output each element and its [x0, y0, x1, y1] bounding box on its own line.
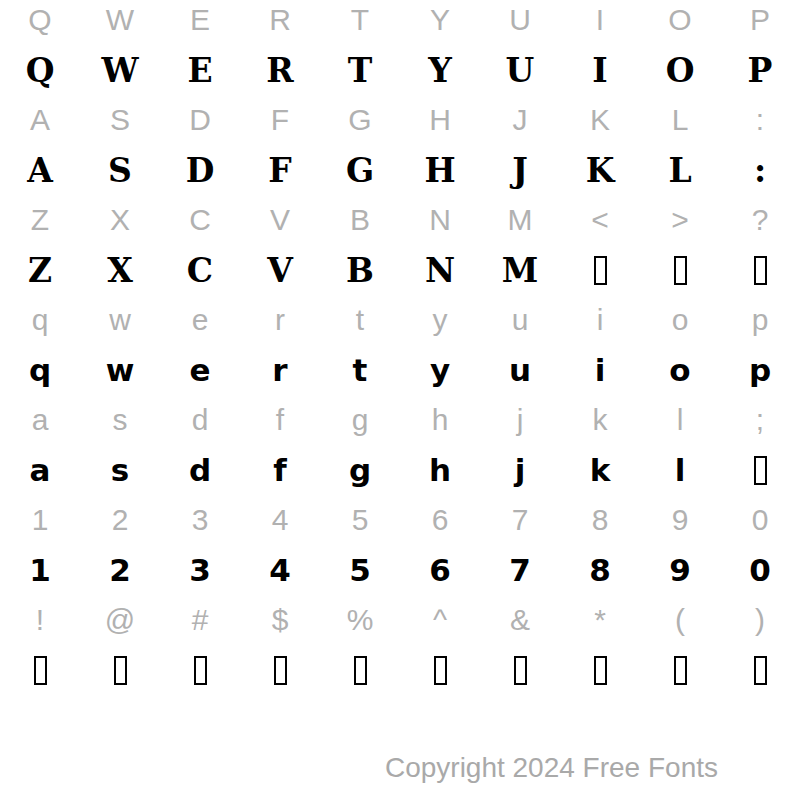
glyph-cell: 3 [160, 545, 240, 595]
glyph-cell: t [320, 345, 400, 395]
glyph-cell: l [640, 445, 720, 495]
glyph-cell: j [480, 445, 560, 495]
glyph-cell: P [720, 45, 800, 95]
glyph-cell: Q [0, 0, 80, 45]
glyph-cell: j [480, 395, 560, 445]
glyph-cell: 0 [720, 495, 800, 545]
glyph-cell: I [560, 45, 640, 95]
glyph-cell: f [240, 445, 320, 495]
glyph-cell-missing [480, 645, 560, 695]
glyph-cell: s [80, 445, 160, 495]
glyph-cell: : [720, 95, 800, 145]
glyph-cell: > [640, 195, 720, 245]
glyph-cell: 7 [480, 545, 560, 595]
glyph-cell: k [560, 445, 640, 495]
glyph-cell: T [320, 0, 400, 45]
glyph-cell: L [640, 95, 720, 145]
glyph-cell: ; [720, 395, 800, 445]
glyph-cell: J [480, 145, 560, 195]
glyph-cell: o [640, 345, 720, 395]
glyph-cell: I [560, 0, 640, 45]
glyph-cell: 4 [240, 545, 320, 595]
glyph-cell: Z [0, 245, 80, 295]
glyph-cell: y [400, 295, 480, 345]
glyph-cell: q [0, 345, 80, 395]
glyph-cell: 3 [160, 495, 240, 545]
glyph-cell: W [80, 0, 160, 45]
glyph-cell: M [480, 195, 560, 245]
glyph-cell: r [240, 295, 320, 345]
glyph-cell-missing [240, 645, 320, 695]
missing-glyph-box-icon [674, 256, 687, 285]
glyph-cell: g [320, 445, 400, 495]
glyph-cell: f [240, 395, 320, 445]
missing-glyph-box-icon [754, 656, 767, 685]
glyph-cell-missing [720, 645, 800, 695]
glyph-cell: D [160, 145, 240, 195]
glyph-cell: B [320, 245, 400, 295]
glyph-cell: V [240, 195, 320, 245]
glyph-cell: w [80, 295, 160, 345]
glyph-cell-missing [560, 245, 640, 295]
glyph-cell: % [320, 595, 400, 645]
glyph-cell: N [400, 245, 480, 295]
glyph-cell: 9 [640, 545, 720, 595]
glyph-cell: 2 [80, 545, 160, 595]
glyph-cell: P [720, 0, 800, 45]
glyph-cell: R [240, 45, 320, 95]
glyph-cell: S [80, 145, 160, 195]
glyph-cell: * [560, 595, 640, 645]
glyph-cell-missing [720, 245, 800, 295]
glyph-cell: E [160, 0, 240, 45]
missing-glyph-box-icon [754, 456, 767, 485]
glyph-cell: i [560, 295, 640, 345]
glyph-cell: u [480, 295, 560, 345]
glyph-cell: H [400, 145, 480, 195]
glyph-cell: O [640, 45, 720, 95]
glyph-cell: p [720, 295, 800, 345]
glyph-cell: a [0, 395, 80, 445]
glyph-cell: E [160, 45, 240, 95]
glyph-cell-missing [640, 645, 720, 695]
glyph-cell: < [560, 195, 640, 245]
glyph-cell: 5 [320, 545, 400, 595]
glyph-cell: y [400, 345, 480, 395]
glyph-cell: 8 [560, 545, 640, 595]
glyph-cell-missing [0, 645, 80, 695]
missing-glyph-box-icon [434, 656, 447, 685]
glyph-cell: ( [640, 595, 720, 645]
glyph-cell: C [160, 195, 240, 245]
missing-glyph-box-icon [34, 656, 47, 685]
glyph-cell: g [320, 395, 400, 445]
missing-glyph-box-icon [354, 656, 367, 685]
glyph-cell: 4 [240, 495, 320, 545]
glyph-cell: 2 [80, 495, 160, 545]
glyph-cell: ? [720, 195, 800, 245]
glyph-cell: 9 [640, 495, 720, 545]
glyph-cell: : [720, 145, 800, 195]
missing-glyph-box-icon [194, 656, 207, 685]
glyph-cell: F [240, 95, 320, 145]
glyph-cell: G [320, 145, 400, 195]
missing-glyph-box-icon [514, 656, 527, 685]
glyph-cell-missing [160, 645, 240, 695]
glyph-cell: 0 [720, 545, 800, 595]
missing-glyph-box-icon [274, 656, 287, 685]
glyph-cell: ! [0, 595, 80, 645]
glyph-cell: & [480, 595, 560, 645]
glyph-cell: 8 [560, 495, 640, 545]
missing-glyph-box-icon [674, 656, 687, 685]
glyph-cell: G [320, 95, 400, 145]
glyph-cell: d [160, 395, 240, 445]
glyph-cell: M [480, 245, 560, 295]
missing-glyph-box-icon [594, 656, 607, 685]
glyph-cell: Z [0, 195, 80, 245]
glyph-cell: D [160, 95, 240, 145]
glyph-cell: ) [720, 595, 800, 645]
glyph-cell: A [0, 145, 80, 195]
glyph-cell: 6 [400, 545, 480, 595]
glyph-cell: U [480, 45, 560, 95]
glyph-cell: S [80, 95, 160, 145]
glyph-cell-missing [560, 645, 640, 695]
glyph-cell: X [80, 195, 160, 245]
glyph-cell: 1 [0, 495, 80, 545]
glyph-cell: w [80, 345, 160, 395]
glyph-cell: # [160, 595, 240, 645]
glyph-cell: l [640, 395, 720, 445]
glyph-cell: s [80, 395, 160, 445]
glyph-cell: B [320, 195, 400, 245]
glyph-cell: H [400, 95, 480, 145]
glyph-cell: 5 [320, 495, 400, 545]
glyph-cell: e [160, 345, 240, 395]
glyph-cell-missing [400, 645, 480, 695]
glyph-cell: d [160, 445, 240, 495]
glyph-cell-missing [640, 245, 720, 295]
glyph-cell-missing [720, 445, 800, 495]
missing-glyph-box-icon [594, 256, 607, 285]
glyph-cell-missing [320, 645, 400, 695]
glyph-cell: u [480, 345, 560, 395]
glyph-cell: J [480, 95, 560, 145]
glyph-cell: O [640, 0, 720, 45]
glyph-cell: r [240, 345, 320, 395]
glyph-cell: p [720, 345, 800, 395]
glyph-cell: R [240, 0, 320, 45]
character-map-grid: QWERTYUIOPQWERTYUIOPASDFGHJKL:ASDFGHJKL:… [0, 0, 800, 695]
glyph-cell: F [240, 145, 320, 195]
glyph-cell: W [80, 45, 160, 95]
glyph-cell: a [0, 445, 80, 495]
glyph-cell: K [560, 95, 640, 145]
glyph-cell: @ [80, 595, 160, 645]
glyph-cell: e [160, 295, 240, 345]
missing-glyph-box-icon [114, 656, 127, 685]
glyph-cell: k [560, 395, 640, 445]
glyph-cell: $ [240, 595, 320, 645]
glyph-cell: X [80, 245, 160, 295]
glyph-cell: t [320, 295, 400, 345]
missing-glyph-box-icon [754, 256, 767, 285]
glyph-cell: i [560, 345, 640, 395]
glyph-cell: C [160, 245, 240, 295]
glyph-cell-missing [80, 645, 160, 695]
glyph-cell: o [640, 295, 720, 345]
glyph-cell: U [480, 0, 560, 45]
glyph-cell: 1 [0, 545, 80, 595]
glyph-cell: K [560, 145, 640, 195]
glyph-cell: Y [400, 45, 480, 95]
copyright-text: Copyright 2024 Free Fonts [385, 752, 718, 784]
glyph-cell: h [400, 445, 480, 495]
glyph-cell: T [320, 45, 400, 95]
glyph-cell: 6 [400, 495, 480, 545]
glyph-cell: 7 [480, 495, 560, 545]
glyph-cell: A [0, 95, 80, 145]
glyph-cell: Q [0, 45, 80, 95]
glyph-cell: Y [400, 0, 480, 45]
glyph-cell: q [0, 295, 80, 345]
glyph-cell: L [640, 145, 720, 195]
glyph-cell: h [400, 395, 480, 445]
glyph-cell: N [400, 195, 480, 245]
glyph-cell: ^ [400, 595, 480, 645]
glyph-cell: V [240, 245, 320, 295]
